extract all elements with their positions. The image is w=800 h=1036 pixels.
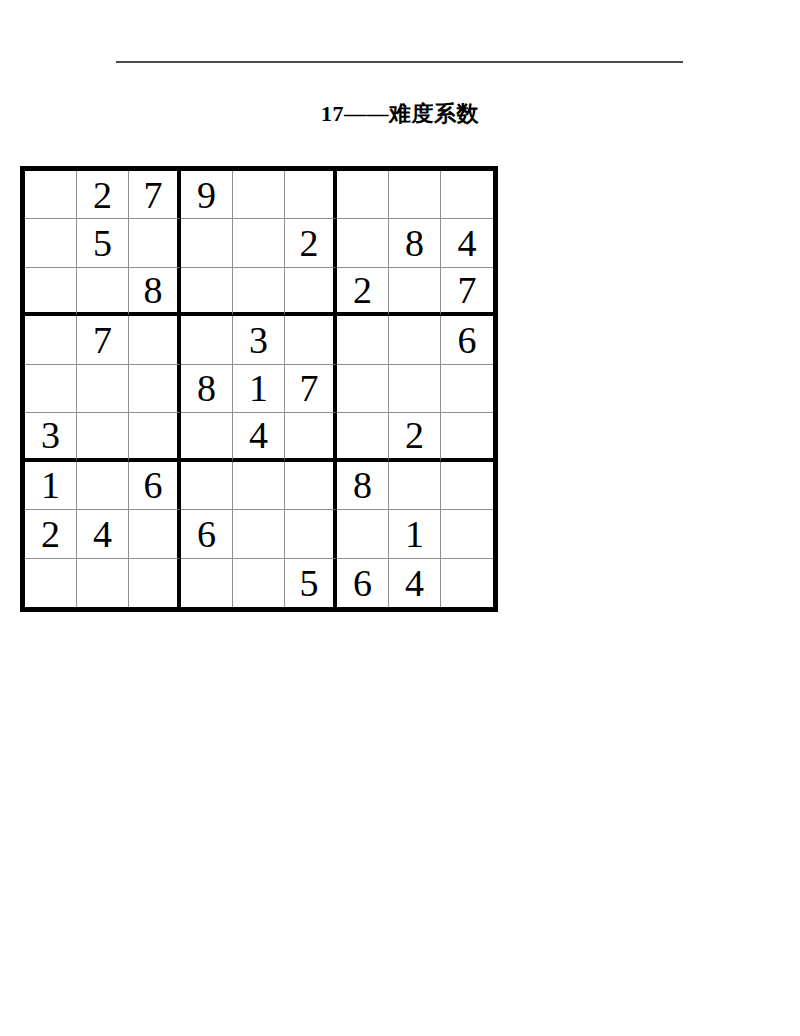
cell-r2c1[interactable]	[25, 219, 77, 267]
cell-r8c8: 1	[389, 510, 441, 558]
cell-r7c8[interactable]	[389, 462, 441, 510]
cell-r3c2[interactable]	[77, 268, 129, 316]
sudoku-board: 27952848277368173421682461564	[20, 166, 498, 612]
cell-r1c4: 9	[181, 171, 233, 219]
cell-r2c6: 2	[285, 219, 337, 267]
cell-r5c4: 8	[181, 365, 233, 413]
cell-r8c9[interactable]	[441, 510, 493, 558]
cell-r1c7[interactable]	[337, 171, 389, 219]
cell-r6c2[interactable]	[77, 413, 129, 461]
cell-r4c5: 3	[233, 316, 285, 364]
cell-r1c9[interactable]	[441, 171, 493, 219]
cell-r6c4[interactable]	[181, 413, 233, 461]
cell-r5c2[interactable]	[77, 365, 129, 413]
cell-r9c7: 6	[337, 559, 389, 607]
cell-r1c1[interactable]	[25, 171, 77, 219]
cell-r1c3: 7	[129, 171, 181, 219]
cell-r1c2: 2	[77, 171, 129, 219]
cell-r2c4[interactable]	[181, 219, 233, 267]
cell-r3c8[interactable]	[389, 268, 441, 316]
cell-r5c8[interactable]	[389, 365, 441, 413]
cell-r2c5[interactable]	[233, 219, 285, 267]
cell-r9c5[interactable]	[233, 559, 285, 607]
cell-r7c1: 1	[25, 462, 77, 510]
cell-r3c7: 2	[337, 268, 389, 316]
cell-r4c3[interactable]	[129, 316, 181, 364]
cell-r6c7[interactable]	[337, 413, 389, 461]
cell-r4c1[interactable]	[25, 316, 77, 364]
cell-r9c9[interactable]	[441, 559, 493, 607]
cell-r3c5[interactable]	[233, 268, 285, 316]
cell-r5c6: 7	[285, 365, 337, 413]
cell-r7c7: 8	[337, 462, 389, 510]
cell-r6c5: 4	[233, 413, 285, 461]
cell-r2c9: 4	[441, 219, 493, 267]
cell-r6c3[interactable]	[129, 413, 181, 461]
cell-r4c4[interactable]	[181, 316, 233, 364]
cell-r4c7[interactable]	[337, 316, 389, 364]
cell-r8c4: 6	[181, 510, 233, 558]
cell-r8c5[interactable]	[233, 510, 285, 558]
cell-r4c6[interactable]	[285, 316, 337, 364]
cell-r1c8[interactable]	[389, 171, 441, 219]
cell-r5c5: 1	[233, 365, 285, 413]
cell-r1c5[interactable]	[233, 171, 285, 219]
cell-r7c3: 6	[129, 462, 181, 510]
cell-r8c2: 4	[77, 510, 129, 558]
cell-r4c8[interactable]	[389, 316, 441, 364]
cell-r6c1: 3	[25, 413, 77, 461]
cell-r6c8: 2	[389, 413, 441, 461]
cell-r7c2[interactable]	[77, 462, 129, 510]
cell-r7c5[interactable]	[233, 462, 285, 510]
cell-r3c3: 8	[129, 268, 181, 316]
cell-r9c3[interactable]	[129, 559, 181, 607]
cell-r9c1[interactable]	[25, 559, 77, 607]
cell-r8c1: 2	[25, 510, 77, 558]
cell-r3c4[interactable]	[181, 268, 233, 316]
cell-r9c8: 4	[389, 559, 441, 607]
cell-r8c7[interactable]	[337, 510, 389, 558]
cell-r2c2: 5	[77, 219, 129, 267]
cell-r2c8: 8	[389, 219, 441, 267]
cell-r1c6[interactable]	[285, 171, 337, 219]
cell-r5c3[interactable]	[129, 365, 181, 413]
cell-r6c9[interactable]	[441, 413, 493, 461]
cell-r6c6[interactable]	[285, 413, 337, 461]
cell-r9c4[interactable]	[181, 559, 233, 607]
cell-r7c9[interactable]	[441, 462, 493, 510]
cell-r5c9[interactable]	[441, 365, 493, 413]
cell-r5c1[interactable]	[25, 365, 77, 413]
cell-r3c9: 7	[441, 268, 493, 316]
cell-r8c3[interactable]	[129, 510, 181, 558]
cell-r8c6[interactable]	[285, 510, 337, 558]
cell-r3c6[interactable]	[285, 268, 337, 316]
cell-r3c1[interactable]	[25, 268, 77, 316]
cell-r2c7[interactable]	[337, 219, 389, 267]
cell-r9c2[interactable]	[77, 559, 129, 607]
cell-r7c4[interactable]	[181, 462, 233, 510]
header-rule	[116, 61, 683, 63]
cell-r9c6: 5	[285, 559, 337, 607]
cell-r7c6[interactable]	[285, 462, 337, 510]
cell-r2c3[interactable]	[129, 219, 181, 267]
cell-r4c2: 7	[77, 316, 129, 364]
page-title: 17——难度系数	[0, 99, 800, 129]
cell-r5c7[interactable]	[337, 365, 389, 413]
cell-r4c9: 6	[441, 316, 493, 364]
